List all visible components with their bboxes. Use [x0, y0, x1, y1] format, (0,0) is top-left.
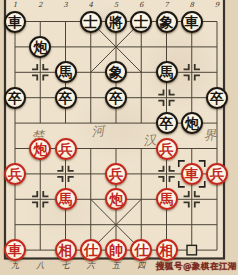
piece-black-general[interactable]: 將: [105, 11, 127, 33]
file-label-bottom: 四: [134, 260, 148, 271]
column-label-top: 2: [34, 0, 46, 10]
column-label-top: 6: [135, 0, 147, 10]
piece-red-elephant[interactable]: 相: [156, 239, 178, 261]
piece-black-horse[interactable]: 馬: [156, 61, 178, 83]
piece-black-cannon[interactable]: 炮: [29, 36, 51, 58]
piece-black-pawn[interactable]: 卒: [4, 87, 26, 109]
piece-red-horse[interactable]: 馬: [156, 188, 178, 210]
piece-red-horse[interactable]: 馬: [55, 188, 77, 210]
piece-black-pawn[interactable]: 卒: [156, 112, 178, 134]
piece-black-advisor[interactable]: 士: [80, 11, 102, 33]
piece-black-pawn[interactable]: 卒: [105, 87, 127, 109]
column-label-top: 8: [186, 0, 198, 10]
piece-red-chariot[interactable]: 車: [4, 239, 26, 261]
piece-black-pawn[interactable]: 卒: [55, 87, 77, 109]
column-label-top: 1: [9, 0, 21, 10]
piece-black-cannon[interactable]: 炮: [181, 112, 203, 134]
piece-black-chariot[interactable]: 車: [181, 11, 203, 33]
column-label-top: 5: [110, 0, 122, 10]
piece-red-cannon[interactable]: 炮: [29, 138, 51, 160]
column-label-top: 9: [211, 0, 223, 10]
xiangqi-board[interactable]: 123456789 九八七六五四三二一 楚 河 汉 界 車士將士象車炮馬象馬卒卒…: [0, 0, 238, 275]
piece-black-horse[interactable]: 馬: [55, 61, 77, 83]
file-label-bottom: 七: [59, 260, 73, 271]
column-label-top: 7: [161, 0, 173, 10]
piece-red-pawn[interactable]: 兵: [156, 138, 178, 160]
piece-black-advisor[interactable]: 士: [130, 11, 152, 33]
piece-red-pawn[interactable]: 兵: [206, 163, 228, 185]
piece-red-pawn[interactable]: 兵: [4, 163, 26, 185]
piece-black-chariot[interactable]: 車: [4, 11, 26, 33]
piece-red-advisor[interactable]: 仕: [80, 239, 102, 261]
piece-black-pawn[interactable]: 卒: [206, 87, 228, 109]
piece-black-elephant[interactable]: 象: [156, 11, 178, 33]
watermark-text: 搜狐号@象棋在江湖: [156, 261, 237, 273]
file-label-bottom: 五: [109, 260, 123, 271]
file-label-bottom: 九: [8, 260, 22, 271]
piece-red-pawn[interactable]: 兵: [55, 138, 77, 160]
column-label-top: 3: [60, 0, 72, 10]
column-label-top: 4: [85, 0, 97, 10]
piece-red-chariot[interactable]: 車: [181, 163, 203, 185]
piece-red-king[interactable]: 帥: [105, 239, 127, 261]
file-label-bottom: 八: [33, 260, 47, 271]
file-label-bottom: 六: [84, 260, 98, 271]
piece-red-pawn[interactable]: 兵: [105, 163, 127, 185]
piece-red-elephant[interactable]: 相: [55, 239, 77, 261]
